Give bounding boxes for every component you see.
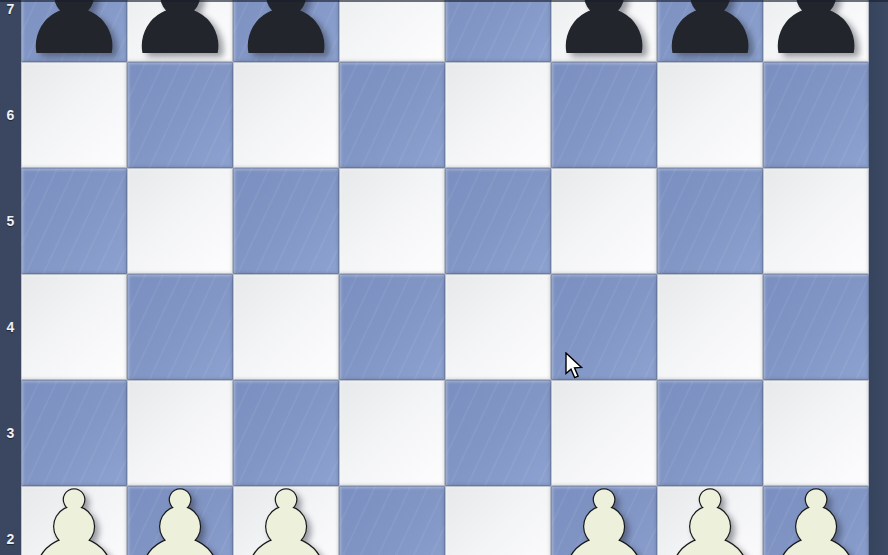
square-h7[interactable]: ♟: [763, 0, 869, 62]
square-d4[interactable]: [339, 274, 445, 380]
square-f7[interactable]: ♟: [551, 0, 657, 62]
square-f2[interactable]: ♟: [551, 486, 657, 555]
rank-label-5: 5: [0, 213, 21, 229]
square-g2[interactable]: ♟: [657, 486, 763, 555]
square-e2[interactable]: [445, 486, 551, 555]
square-e7[interactable]: [445, 0, 551, 62]
square-b4[interactable]: [127, 274, 233, 380]
square-c4[interactable]: [233, 274, 339, 380]
white-pawn[interactable]: ♟: [123, 475, 238, 555]
square-b5[interactable]: [127, 168, 233, 274]
square-f4[interactable]: [551, 274, 657, 380]
square-d7[interactable]: [339, 0, 445, 62]
square-f6[interactable]: [551, 62, 657, 168]
white-pawn[interactable]: ♟: [17, 475, 132, 555]
window-top-edge: [0, 0, 888, 2]
square-f5[interactable]: [551, 168, 657, 274]
square-d5[interactable]: [339, 168, 445, 274]
square-h4[interactable]: [763, 274, 869, 380]
rank-label-3: 3: [0, 425, 21, 441]
square-d2[interactable]: [339, 486, 445, 555]
white-pawn[interactable]: ♟: [653, 475, 768, 555]
rank-label-2: 2: [0, 531, 21, 547]
white-pawn[interactable]: ♟: [547, 475, 662, 555]
square-g4[interactable]: [657, 274, 763, 380]
square-d3[interactable]: [339, 380, 445, 486]
square-c5[interactable]: [233, 168, 339, 274]
white-pawn[interactable]: ♟: [229, 475, 344, 555]
square-e4[interactable]: [445, 274, 551, 380]
square-b2[interactable]: ♟: [127, 486, 233, 555]
square-h6[interactable]: [763, 62, 869, 168]
square-e5[interactable]: [445, 168, 551, 274]
chess-board: ♟♟♟♟♟♟♟♟♟♟♟♟: [21, 0, 869, 555]
square-g6[interactable]: [657, 62, 763, 168]
square-h5[interactable]: [763, 168, 869, 274]
board-right-frame: [869, 0, 888, 555]
square-b7[interactable]: ♟: [127, 0, 233, 62]
square-c6[interactable]: [233, 62, 339, 168]
square-g7[interactable]: ♟: [657, 0, 763, 62]
square-a7[interactable]: ♟: [21, 0, 127, 62]
white-pawn[interactable]: ♟: [759, 475, 874, 555]
rank-label-6: 6: [0, 107, 21, 123]
square-a5[interactable]: [21, 168, 127, 274]
square-g5[interactable]: [657, 168, 763, 274]
square-e6[interactable]: [445, 62, 551, 168]
square-h2[interactable]: ♟: [763, 486, 869, 555]
square-c7[interactable]: ♟: [233, 0, 339, 62]
square-e3[interactable]: [445, 380, 551, 486]
rank-label-4: 4: [0, 319, 21, 335]
rank-label-column: 765432: [0, 0, 21, 555]
square-d6[interactable]: [339, 62, 445, 168]
square-b6[interactable]: [127, 62, 233, 168]
square-a6[interactable]: [21, 62, 127, 168]
chess-app-viewport: 765432 ♟♟♟♟♟♟♟♟♟♟♟♟: [0, 0, 888, 555]
rank-label-7: 7: [0, 1, 21, 17]
square-c2[interactable]: ♟: [233, 486, 339, 555]
square-a2[interactable]: ♟: [21, 486, 127, 555]
square-a4[interactable]: [21, 274, 127, 380]
